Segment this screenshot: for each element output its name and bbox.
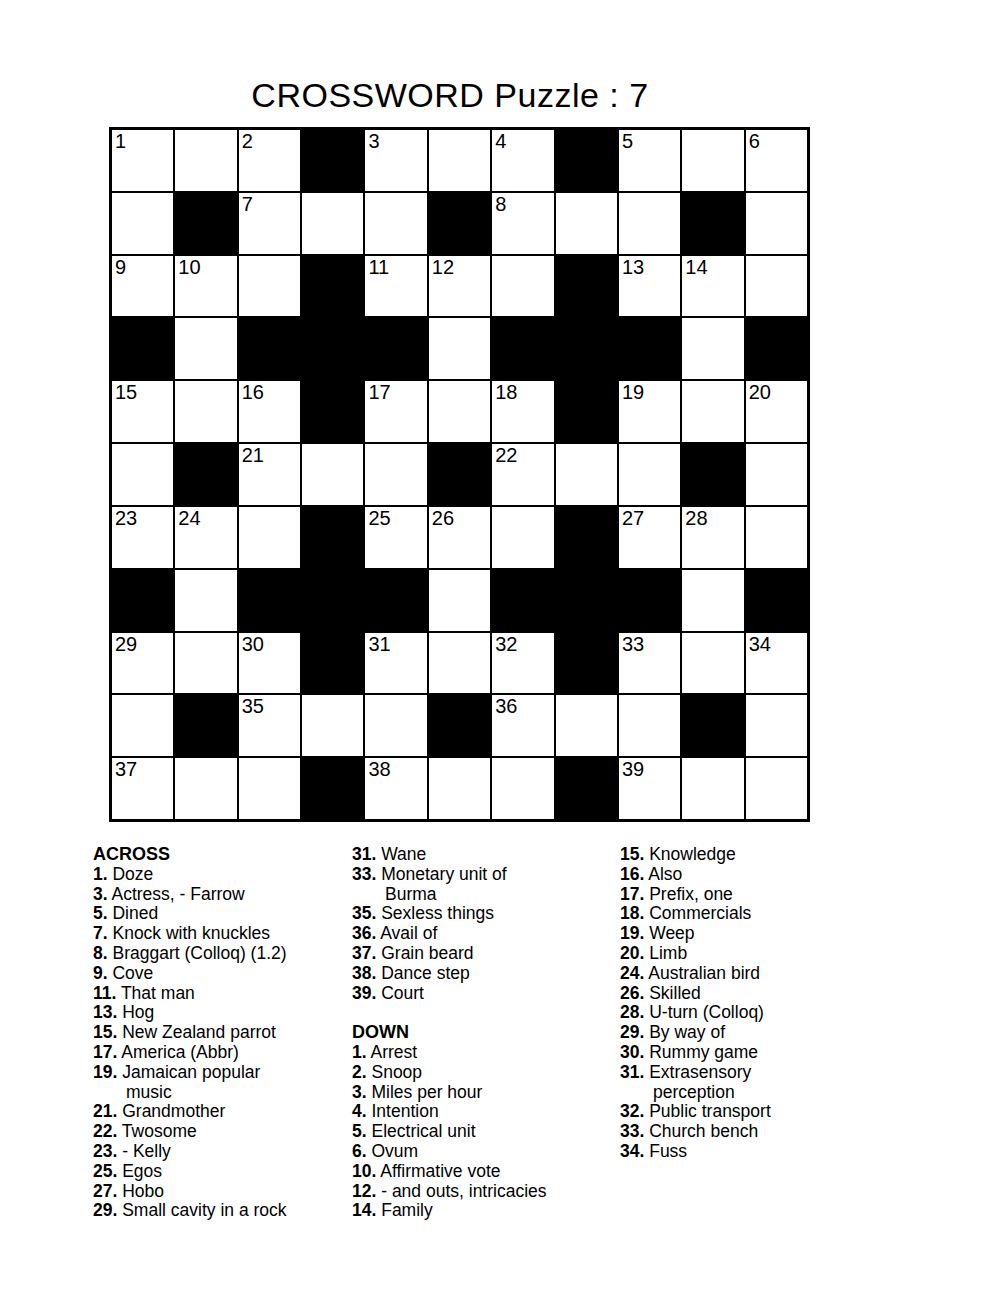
black-cell	[492, 318, 553, 379]
down-clue-20: 20. Limb	[620, 944, 900, 964]
clue-number: 7	[242, 194, 253, 215]
across-clue-21: 21. Grandmother	[93, 1102, 352, 1122]
down-clue-34: 34. Fuss	[620, 1142, 900, 1162]
clue-number-label: 2.	[352, 1062, 367, 1082]
clue-number-label: 33.	[352, 864, 376, 884]
white-cell[interactable]: 15	[112, 381, 173, 442]
black-cell	[302, 130, 363, 191]
white-cell[interactable]	[556, 444, 617, 505]
black-cell	[619, 318, 680, 379]
white-cell[interactable]: 4	[492, 130, 553, 191]
clue-number-label: 32.	[620, 1101, 644, 1121]
down-clue-3: 3. Miles per hour	[352, 1083, 620, 1103]
across-clue-9: 9. Cove	[93, 964, 352, 984]
white-cell[interactable]: 13	[619, 256, 680, 317]
across-clue-36: 36. Avail of	[352, 924, 620, 944]
down-clue-19: 19. Weep	[620, 924, 900, 944]
white-cell[interactable]: 23	[112, 507, 173, 568]
clue-number: 35	[242, 696, 264, 717]
black-cell	[429, 193, 490, 254]
white-cell[interactable]	[619, 444, 680, 505]
white-cell[interactable]	[492, 256, 553, 317]
clue-number-label: 28.	[620, 1002, 644, 1022]
down-clue-12: 12. - and outs, intricacies	[352, 1182, 620, 1202]
down-clue-29: 29. By way of	[620, 1023, 900, 1043]
white-cell[interactable]	[175, 758, 236, 819]
white-cell[interactable]: 31	[365, 633, 426, 694]
black-cell	[619, 570, 680, 631]
white-cell[interactable]: 27	[619, 507, 680, 568]
clue-number: 10	[178, 257, 200, 278]
down-clue-30: 30. Rummy game	[620, 1043, 900, 1063]
black-cell	[556, 633, 617, 694]
clue-number-label: 26.	[620, 983, 644, 1003]
white-cell[interactable]: 2	[239, 130, 300, 191]
white-cell[interactable]	[746, 695, 807, 756]
white-cell[interactable]	[682, 381, 743, 442]
clue-number: 25	[368, 508, 390, 529]
clue-number-label: 1.	[352, 1042, 367, 1062]
clue-number-label: 25.	[93, 1161, 117, 1181]
across-clue-27: 27. Hobo	[93, 1182, 352, 1202]
white-cell[interactable]: 26	[429, 507, 490, 568]
black-cell	[556, 318, 617, 379]
white-cell[interactable]: 32	[492, 633, 553, 694]
black-cell	[175, 193, 236, 254]
clue-number: 24	[178, 508, 200, 529]
white-cell[interactable]: 21	[239, 444, 300, 505]
white-cell[interactable]	[682, 758, 743, 819]
clue-number: 38	[368, 759, 390, 780]
black-cell	[429, 695, 490, 756]
white-cell[interactable]	[302, 695, 363, 756]
white-cell[interactable]	[746, 758, 807, 819]
black-cell	[556, 758, 617, 819]
clue-number-label: 22.	[93, 1121, 117, 1141]
black-cell	[175, 695, 236, 756]
white-cell[interactable]: 17	[365, 381, 426, 442]
white-cell[interactable]	[682, 633, 743, 694]
clue-section: 31. Wane33. Monetary unit of Burma35. Se…	[352, 845, 620, 1003]
black-cell	[112, 570, 173, 631]
down-clue-16: 16. Also	[620, 865, 900, 885]
black-cell	[556, 256, 617, 317]
across-clue-37: 37. Grain beard	[352, 944, 620, 964]
white-cell[interactable]	[492, 507, 553, 568]
clue-number-label: 14.	[352, 1200, 376, 1220]
clue-section: 15. Knowledge16. Also17. Prefix, one18. …	[620, 845, 900, 1162]
clue-number: 16	[242, 382, 264, 403]
white-cell[interactable]: 3	[365, 130, 426, 191]
white-cell[interactable]: 29	[112, 633, 173, 694]
clue-number-label: 21.	[93, 1101, 117, 1121]
white-cell[interactable]: 18	[492, 381, 553, 442]
clue-number-label: 15.	[620, 844, 644, 864]
white-cell[interactable]: 38	[365, 758, 426, 819]
clue-number: 3	[368, 131, 379, 152]
white-cell[interactable]	[682, 318, 743, 379]
clue-number-label: 18.	[620, 903, 644, 923]
down-clue-4: 4. Intention	[352, 1102, 620, 1122]
black-cell	[682, 695, 743, 756]
white-cell[interactable]	[556, 193, 617, 254]
clue-number-label: 36.	[352, 923, 376, 943]
clue-number-label: 20.	[620, 943, 644, 963]
across-clue-11: 11. That man	[93, 984, 352, 1004]
clue-number: 17	[368, 382, 390, 403]
across-clue-29: 29. Small cavity in a rock	[93, 1201, 352, 1221]
clue-section: DOWN1. Arrest2. Snoop3. Miles per hour4.…	[352, 1023, 620, 1221]
clue-section: ACROSS1. Doze3. Actress, - Farrow5. Dine…	[93, 845, 352, 1221]
white-cell[interactable]	[429, 130, 490, 191]
white-cell[interactable]: 16	[239, 381, 300, 442]
across-clue-13: 13. Hog	[93, 1003, 352, 1023]
white-cell[interactable]: 33	[619, 633, 680, 694]
down-clue-24: 24. Australian bird	[620, 964, 900, 984]
white-cell[interactable]: 6	[746, 130, 807, 191]
clue-number: 28	[685, 508, 707, 529]
down-clue-33: 33. Church bench	[620, 1122, 900, 1142]
across-clue-22: 22. Twosome	[93, 1122, 352, 1142]
clue-number: 8	[495, 194, 506, 215]
clue-number-label: 34.	[620, 1141, 644, 1161]
page: CROSSWORD Puzzle : 7 1234567891011121314…	[0, 0, 1000, 1294]
white-cell[interactable]	[429, 381, 490, 442]
white-cell[interactable]: 19	[619, 381, 680, 442]
clue-number-label: 39.	[352, 983, 376, 1003]
clue-number-label: 38.	[352, 963, 376, 983]
black-cell	[556, 507, 617, 568]
down-clue-2: 2. Snoop	[352, 1063, 620, 1083]
white-cell[interactable]: 10	[175, 256, 236, 317]
white-cell[interactable]	[429, 318, 490, 379]
clue-number-label: 24.	[620, 963, 644, 983]
clue-number: 1	[115, 131, 126, 152]
clue-number: 36	[495, 696, 517, 717]
black-cell	[682, 444, 743, 505]
white-cell[interactable]	[239, 507, 300, 568]
clue-number: 29	[115, 634, 137, 655]
clue-number: 6	[749, 131, 760, 152]
across-clue-19: 19. Jamaican popular music	[93, 1063, 352, 1103]
white-cell[interactable]	[112, 193, 173, 254]
white-cell[interactable]	[746, 507, 807, 568]
white-cell[interactable]	[556, 695, 617, 756]
clue-number: 21	[242, 445, 264, 466]
clue-number-label: 19.	[93, 1062, 117, 1082]
clue-number-label: 10.	[352, 1161, 376, 1181]
clue-number: 22	[495, 445, 517, 466]
clue-number-label: 19.	[620, 923, 644, 943]
down-clue-26: 26. Skilled	[620, 984, 900, 1004]
black-cell	[112, 318, 173, 379]
crossword-grid: 1234567891011121314151617181920212223242…	[109, 127, 810, 822]
white-cell[interactable]	[175, 633, 236, 694]
clue-number-label: 11.	[93, 983, 116, 1003]
white-cell[interactable]: 39	[619, 758, 680, 819]
down-clue-17: 17. Prefix, one	[620, 885, 900, 905]
white-cell[interactable]	[365, 444, 426, 505]
down-clue-15: 15. Knowledge	[620, 845, 900, 865]
white-cell[interactable]	[239, 758, 300, 819]
down-clue-6: 6. Ovum	[352, 1142, 620, 1162]
white-cell[interactable]: 20	[746, 381, 807, 442]
white-cell[interactable]	[302, 444, 363, 505]
across-clue-38: 38. Dance step	[352, 964, 620, 984]
clue-number: 18	[495, 382, 517, 403]
clue-number: 14	[685, 257, 707, 278]
clue-number-label: 5.	[352, 1121, 367, 1141]
black-cell	[556, 570, 617, 631]
clue-number: 27	[622, 508, 644, 529]
clue-number: 34	[749, 634, 771, 655]
clue-number: 11	[368, 257, 389, 278]
clue-number: 4	[495, 131, 506, 152]
clue-number-label: 29.	[93, 1200, 117, 1220]
clue-number: 2	[242, 131, 253, 152]
clue-number-label: 7.	[93, 923, 108, 943]
white-cell[interactable]: 14	[682, 256, 743, 317]
white-cell[interactable]	[175, 570, 236, 631]
across-clue-8: 8. Braggart (Colloq) (1.2)	[93, 944, 352, 964]
black-cell	[239, 318, 300, 379]
white-cell[interactable]: 36	[492, 695, 553, 756]
black-cell	[429, 444, 490, 505]
clue-number-label: 31.	[352, 844, 376, 864]
white-cell[interactable]	[365, 193, 426, 254]
white-cell[interactable]	[746, 193, 807, 254]
clue-number-label: 1.	[93, 864, 108, 884]
white-cell[interactable]: 35	[239, 695, 300, 756]
clue-number-label: 16.	[620, 864, 644, 884]
clue-number: 9	[115, 257, 126, 278]
black-cell	[365, 570, 426, 631]
clue-number: 23	[115, 508, 137, 529]
black-cell	[302, 507, 363, 568]
white-cell[interactable]: 8	[492, 193, 553, 254]
clue-number: 30	[242, 634, 264, 655]
white-cell[interactable]	[429, 570, 490, 631]
black-cell	[365, 318, 426, 379]
white-cell[interactable]: 1	[112, 130, 173, 191]
black-cell	[302, 633, 363, 694]
down-header: DOWN	[352, 1023, 620, 1043]
across-clue-3: 3. Actress, - Farrow	[93, 885, 352, 905]
black-cell	[302, 381, 363, 442]
clue-number: 12	[432, 257, 454, 278]
white-cell[interactable]	[175, 381, 236, 442]
white-cell[interactable]	[746, 444, 807, 505]
clue-number-label: 23.	[93, 1141, 117, 1161]
across-clue-25: 25. Egos	[93, 1162, 352, 1182]
white-cell[interactable]	[746, 256, 807, 317]
white-cell[interactable]: 22	[492, 444, 553, 505]
white-cell[interactable]: 9	[112, 256, 173, 317]
down-clue-5: 5. Electrical unit	[352, 1122, 620, 1142]
white-cell[interactable]: 37	[112, 758, 173, 819]
white-cell[interactable]: 5	[619, 130, 680, 191]
white-cell[interactable]	[492, 758, 553, 819]
black-cell	[302, 570, 363, 631]
clue-column: 15. Knowledge16. Also17. Prefix, one18. …	[620, 845, 900, 1221]
across-clue-5: 5. Dined	[93, 904, 352, 924]
down-clue-32: 32. Public transport	[620, 1102, 900, 1122]
clue-number-label: 17.	[93, 1042, 117, 1062]
white-cell[interactable]: 12	[429, 256, 490, 317]
black-cell	[682, 193, 743, 254]
across-clue-23: 23. - Kelly	[93, 1142, 352, 1162]
clue-column: 31. Wane33. Monetary unit of Burma35. Se…	[352, 845, 620, 1221]
white-cell[interactable]: 30	[239, 633, 300, 694]
across-header: ACROSS	[93, 845, 352, 865]
clue-number-label: 29.	[620, 1022, 644, 1042]
white-cell[interactable]	[429, 758, 490, 819]
down-clue-1: 1. Arrest	[352, 1043, 620, 1063]
white-cell[interactable]: 11	[365, 256, 426, 317]
down-clue-14: 14. Family	[352, 1201, 620, 1221]
white-cell[interactable]: 7	[239, 193, 300, 254]
white-cell[interactable]	[619, 193, 680, 254]
clue-number-label: 31.	[620, 1062, 644, 1082]
across-clue-17: 17. America (Abbr)	[93, 1043, 352, 1063]
clue-number-label: 5.	[93, 903, 108, 923]
clue-number-label: 9.	[93, 963, 108, 983]
clue-number-label: 12.	[352, 1181, 376, 1201]
clue-number-label: 27.	[93, 1181, 117, 1201]
black-cell	[492, 570, 553, 631]
across-clue-39: 39. Court	[352, 984, 620, 1004]
clue-number: 26	[432, 508, 454, 529]
across-clue-1: 1. Doze	[93, 865, 352, 885]
white-cell[interactable]: 34	[746, 633, 807, 694]
clue-number-label: 33.	[620, 1121, 644, 1141]
clue-number-label: 15.	[93, 1022, 117, 1042]
clue-number: 5	[622, 131, 633, 152]
puzzle-title: CROSSWORD Puzzle : 7	[0, 76, 900, 115]
white-cell[interactable]	[619, 695, 680, 756]
black-cell	[239, 570, 300, 631]
clue-number-label: 13.	[93, 1002, 117, 1022]
black-cell	[556, 381, 617, 442]
clue-number: 13	[622, 257, 644, 278]
clue-number: 19	[622, 382, 644, 403]
white-cell[interactable]	[682, 570, 743, 631]
black-cell	[746, 570, 807, 631]
across-clue-7: 7. Knock with knuckles	[93, 924, 352, 944]
across-clue-15: 15. New Zealand parrot	[93, 1023, 352, 1043]
black-cell	[746, 318, 807, 379]
clue-number: 33	[622, 634, 644, 655]
clue-number-label: 8.	[93, 943, 108, 963]
clue-column: ACROSS1. Doze3. Actress, - Farrow5. Dine…	[93, 845, 352, 1221]
clue-number-label: 17.	[620, 884, 644, 904]
down-clue-18: 18. Commercials	[620, 904, 900, 924]
white-cell[interactable]	[429, 633, 490, 694]
clue-number: 39	[622, 759, 644, 780]
clue-number-label: 3.	[93, 884, 108, 904]
down-clue-10: 10. Affirmative vote	[352, 1162, 620, 1182]
clue-number-label: 3.	[352, 1082, 367, 1102]
white-cell[interactable]: 24	[175, 507, 236, 568]
down-clue-28: 28. U-turn (Colloq)	[620, 1003, 900, 1023]
black-cell	[302, 318, 363, 379]
white-cell[interactable]	[175, 318, 236, 379]
white-cell[interactable]: 25	[365, 507, 426, 568]
clue-number-label: 37.	[352, 943, 376, 963]
white-cell[interactable]: 28	[682, 507, 743, 568]
clue-number-label: 30.	[620, 1042, 644, 1062]
across-clue-33: 33. Monetary unit of Burma	[352, 865, 620, 905]
white-cell[interactable]	[365, 695, 426, 756]
clue-number: 31	[368, 634, 390, 655]
white-cell[interactable]	[682, 130, 743, 191]
clue-number-label: 35.	[352, 903, 376, 923]
clue-number-label: 6.	[352, 1141, 367, 1161]
clue-number: 32	[495, 634, 517, 655]
white-cell[interactable]	[112, 444, 173, 505]
black-cell	[302, 256, 363, 317]
clue-number: 15	[115, 382, 137, 403]
white-cell[interactable]	[112, 695, 173, 756]
clue-number-label: 4.	[352, 1101, 367, 1121]
down-clue-31: 31. Extrasensory perception	[620, 1063, 900, 1103]
white-cell[interactable]	[239, 256, 300, 317]
clue-number: 37	[115, 759, 137, 780]
across-clue-31: 31. Wane	[352, 845, 620, 865]
across-clue-35: 35. Sexless things	[352, 904, 620, 924]
clue-number: 20	[749, 382, 771, 403]
white-cell[interactable]	[302, 193, 363, 254]
black-cell	[556, 130, 617, 191]
black-cell	[175, 444, 236, 505]
black-cell	[302, 758, 363, 819]
white-cell[interactable]	[175, 130, 236, 191]
clue-list: ACROSS1. Doze3. Actress, - Farrow5. Dine…	[93, 845, 900, 1221]
